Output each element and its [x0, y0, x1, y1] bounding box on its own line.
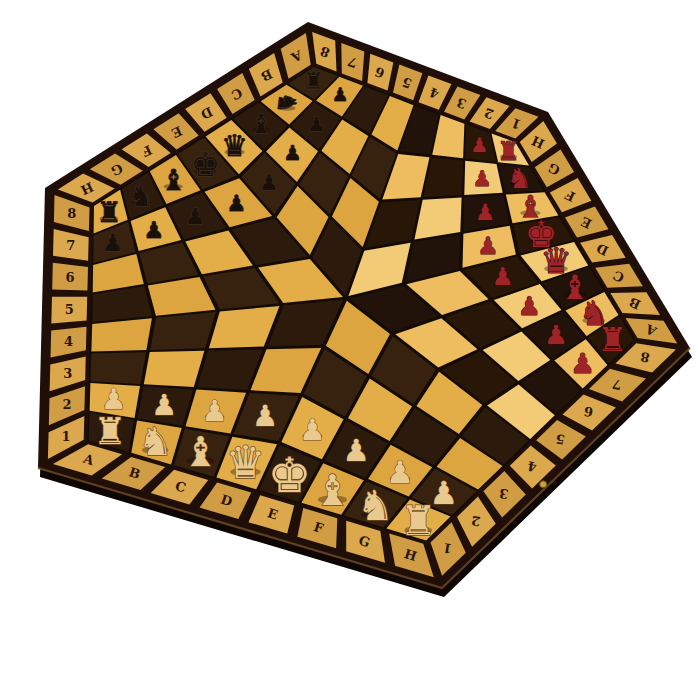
- black-rook[interactable]: ♜: [96, 196, 121, 229]
- red-pawn[interactable]: ♟: [477, 232, 498, 260]
- black-knight[interactable]: ♞: [128, 180, 154, 213]
- cell-white-A4[interactable]: [91, 318, 151, 351]
- three-player-chess-photo: 12345678ABCDEFGHHGFEDCBA87654321HGFEDCBA…: [0, 0, 700, 700]
- black-rook[interactable]: ♜: [303, 68, 323, 94]
- edge-label-white_ranks-5: 5: [65, 302, 74, 317]
- black-pawn[interactable]: ♟: [185, 203, 205, 229]
- cell-white-A3[interactable]: [91, 352, 147, 384]
- cell-white-B4[interactable]: [150, 312, 216, 350]
- edge-label-white_ranks-4: 4: [64, 334, 73, 349]
- red-pawn[interactable]: ♟: [475, 199, 495, 225]
- red-pawn[interactable]: ♟: [544, 319, 568, 350]
- black-pawn[interactable]: ♟: [226, 190, 246, 216]
- red-pawn[interactable]: ♟: [570, 347, 595, 379]
- red-pawn[interactable]: ♟: [473, 166, 492, 191]
- black-queen[interactable]: ♛: [221, 128, 248, 163]
- black-pawn[interactable]: ♟: [283, 141, 301, 165]
- white-bishop[interactable]: ♝: [313, 466, 351, 515]
- white-knight[interactable]: ♞: [357, 481, 394, 530]
- black-king[interactable]: ♚: [191, 146, 220, 184]
- white-knight[interactable]: ♞: [138, 419, 173, 464]
- edge-label-white_ranks-2: 2: [62, 397, 71, 412]
- red-pawn[interactable]: ♟: [492, 262, 514, 291]
- red-pawn[interactable]: ♟: [470, 133, 488, 157]
- edge-label-white_ranks-8: 8: [67, 206, 76, 221]
- edge-label-white_ranks-7: 7: [66, 238, 75, 253]
- white-bishop[interactable]: ♝: [182, 428, 219, 476]
- white-pawn[interactable]: ♟: [252, 399, 278, 433]
- black-knight-fallen[interactable]: ♞: [271, 90, 302, 115]
- red-rook[interactable]: ♜: [598, 320, 628, 359]
- edge-label-white_ranks-1: 1: [62, 429, 71, 444]
- white-rook[interactable]: ♜: [400, 497, 436, 545]
- brass-hinge: [540, 481, 547, 488]
- white-pawn[interactable]: ♟: [151, 388, 177, 422]
- white-king[interactable]: ♚: [268, 447, 312, 503]
- black-pawn[interactable]: ♟: [144, 217, 165, 243]
- red-pawn[interactable]: ♟: [518, 291, 541, 321]
- black-bishop[interactable]: ♝: [249, 109, 273, 139]
- edge-label-white_ranks-3: 3: [63, 366, 72, 381]
- red-rook[interactable]: ♜: [497, 136, 520, 166]
- black-pawn[interactable]: ♟: [332, 84, 349, 105]
- three-player-chess-board: 12345678ABCDEFGHHGFEDCBA87654321HGFEDCBA…: [0, 0, 700, 700]
- white-queen[interactable]: ♛: [225, 436, 265, 489]
- black-pawn[interactable]: ♟: [102, 229, 123, 257]
- edge-label-white_ranks-6: 6: [66, 270, 75, 285]
- white-rook[interactable]: ♜: [94, 410, 127, 453]
- white-pawn[interactable]: ♟: [202, 394, 228, 428]
- black-pawn[interactable]: ♟: [308, 113, 326, 136]
- black-bishop[interactable]: ♝: [160, 163, 186, 197]
- cell-white-B3[interactable]: [144, 351, 205, 387]
- white-pawn[interactable]: ♟: [342, 433, 369, 468]
- white-pawn[interactable]: ♟: [299, 412, 326, 447]
- black-pawn[interactable]: ♟: [259, 170, 278, 195]
